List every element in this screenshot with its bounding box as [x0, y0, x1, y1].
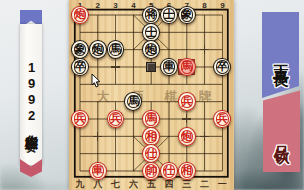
- piece-black-pawn[interactable]: 卒: [71, 58, 89, 77]
- piece-glyph: 仕: [146, 148, 157, 159]
- col-label-bottom-1: 九: [71, 178, 89, 190]
- piece-glyph: 象: [74, 44, 85, 55]
- video-frame: 1992华山棋王赛 123456789 九八七六五四三二一 大师棋牌 炮馬兵兵兵…: [0, 0, 304, 190]
- piece-red-pawn[interactable]: 兵: [213, 110, 231, 129]
- piece-red-pawn[interactable]: 兵: [71, 110, 89, 129]
- piece-glyph: 相: [146, 131, 157, 142]
- star-point-marker: [200, 45, 209, 54]
- piece-red-advisor[interactable]: 仕: [160, 162, 178, 181]
- piece-glyph: 炮: [181, 131, 192, 142]
- piece-glyph: 兵: [110, 113, 121, 124]
- piece-glyph: 馬: [181, 61, 192, 72]
- piece-glyph: 帥: [146, 165, 157, 176]
- piece-black-elephant[interactable]: 象: [178, 6, 196, 25]
- piece-glyph: 兵: [74, 113, 85, 124]
- piece-glyph: 炮: [74, 9, 85, 20]
- piece-glyph: 卒: [74, 61, 85, 72]
- piece-glyph: 車: [92, 165, 103, 176]
- player-banner-black: 王嘉良: [262, 12, 299, 98]
- piece-glyph: 炮: [146, 44, 157, 55]
- piece-red-advisor[interactable]: 仕: [142, 144, 160, 163]
- piece-glyph: 炮: [92, 44, 103, 55]
- piece-glyph: 車: [163, 61, 174, 72]
- piece-red-pawn[interactable]: 兵: [107, 110, 125, 129]
- piece-black-chariot[interactable]: 車: [160, 58, 178, 77]
- star-point-marker: [200, 132, 209, 141]
- piece-glyph: 兵: [181, 96, 192, 107]
- player-name-black: 王嘉良: [270, 52, 291, 58]
- piece-black-pawn[interactable]: 卒: [213, 58, 231, 77]
- piece-red-horse[interactable]: 馬: [142, 110, 160, 129]
- piece-glyph: 卒: [217, 61, 228, 72]
- piece-red-king[interactable]: 帥: [142, 162, 160, 181]
- col-label-bottom-4: 六: [124, 178, 142, 190]
- piece-glyph: 馬: [146, 113, 157, 124]
- piece-red-elephant[interactable]: 相: [178, 162, 196, 181]
- piece-glyph: 相: [181, 165, 192, 176]
- piece-red-chariot[interactable]: 車: [89, 162, 107, 181]
- piece-glyph: 仕: [163, 165, 174, 176]
- piece-black-king[interactable]: 将: [142, 6, 160, 25]
- col-label-bottom-3: 七: [107, 178, 125, 190]
- piece-glyph: 馬: [110, 44, 121, 55]
- piece-red-horse[interactable]: 馬: [178, 58, 196, 77]
- piece-glyph: 兵: [217, 113, 228, 124]
- col-label-bottom-8: 二: [196, 178, 214, 190]
- piece-black-horse[interactable]: 馬: [107, 40, 125, 59]
- piece-black-advisor[interactable]: 士: [160, 6, 178, 25]
- piece-glyph: 士: [163, 9, 174, 20]
- last-move-from-marker: [146, 62, 156, 72]
- star-point-marker: [182, 114, 191, 123]
- piece-red-pawn[interactable]: 兵: [178, 92, 196, 111]
- piece-glyph: 象: [181, 9, 192, 20]
- piece-glyph: 馬: [128, 96, 139, 107]
- piece-black-elephant[interactable]: 象: [71, 40, 89, 59]
- player-name-red: 吕钦: [271, 123, 292, 137]
- piece-red-cannon[interactable]: 炮: [71, 6, 89, 25]
- col-label-bottom-9: 一: [213, 178, 231, 190]
- star-point-marker: [93, 132, 102, 141]
- piece-black-horse[interactable]: 馬: [124, 92, 142, 111]
- star-point-marker: [111, 62, 120, 71]
- piece-glyph: 将: [146, 9, 157, 20]
- player-banner-red: 吕钦: [263, 88, 300, 172]
- piece-layer: 炮馬兵兵兵馬兵相炮仕車帥仕相将士象士象炮馬炮卒車卒馬: [71, 6, 231, 179]
- mouse-cursor-icon: [91, 74, 101, 88]
- piece-black-cannon[interactable]: 炮: [89, 40, 107, 59]
- piece-red-elephant[interactable]: 相: [142, 127, 160, 146]
- piece-black-cannon[interactable]: 炮: [142, 40, 160, 59]
- piece-red-cannon[interactable]: 炮: [178, 127, 196, 146]
- piece-glyph: 士: [146, 27, 157, 38]
- piece-black-advisor[interactable]: 士: [142, 23, 160, 42]
